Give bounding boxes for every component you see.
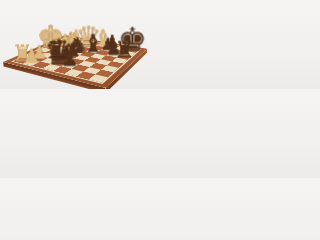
board-frame: ♟♝♟♚♟♛♟♟♞♝♟♜♚♞♟♜♟♟♛♟♜♟: [3, 35, 147, 88]
chess-board: ♟♝♟♚♟♛♟♟♞♝♟♜♚♞♟♜♟♟♛♟♜♟: [3, 35, 147, 88]
photo-stage: ♟♝♟♚♟♛♟♟♞♝♟♜♚♞♟♜♟♟♛♟♜♟: [0, 0, 160, 89]
photo-scene: ♟♝♟♚♟♛♟♟♞♝♟♜♚♞♟♜♟♟♛♟♜♟: [0, 0, 160, 89]
square-a8[interactable]: [89, 75, 108, 83]
